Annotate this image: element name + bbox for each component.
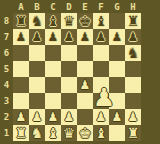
white-rook-a1: ♜ [13,125,29,141]
black-pawn-g7: ♟ [109,29,125,45]
rank-label-4: 4 [0,77,13,93]
square-d1[interactable]: ♛ [61,125,77,141]
black-rook-h8: ♜ [125,13,141,29]
square-a1[interactable]: ♜ [13,125,29,141]
white-king-e1: ♚ [77,125,93,141]
square-h7[interactable]: ♟ [125,29,141,45]
rank-label-5: 5 [0,61,13,77]
square-b8[interactable]: ♞ [29,13,45,29]
white-queen-d1: ♛ [61,125,77,141]
square-b5[interactable] [29,61,45,77]
square-a4[interactable] [13,77,29,93]
square-b6[interactable] [29,45,45,61]
square-g7[interactable]: ♟ [109,29,125,45]
file-label-E: E [77,0,93,13]
cursor-piece[interactable]: ♟ [93,84,115,111]
square-g1[interactable] [109,125,125,141]
chess-board: ♜♞♝♛♚♝♜♟♟♟♟♟♟♟♟♞♟♟♟♟♟♟♟♟♜♞♝♛♚♝♜ [13,13,141,141]
square-c8[interactable]: ♝ [45,13,61,29]
file-labels: ABCDEFGH [13,0,141,13]
square-g5[interactable] [109,61,125,77]
rank-labels: 87654321 [0,13,13,141]
square-d7[interactable]: ♟ [61,29,77,45]
black-pawn-d7: ♟ [61,29,77,45]
gameboy-chess-screen: ABCDEFGH 87654321 ♜♞♝♛♚♝♜♟♟♟♟♟♟♟♟♞♟♟♟♟♟♟… [0,0,160,144]
file-label-H: H [125,0,141,13]
square-b3[interactable] [29,93,45,109]
square-a5[interactable] [13,61,29,77]
black-pawn-h7: ♟ [125,29,141,45]
black-bishop-f8: ♝ [93,13,109,29]
square-a7[interactable]: ♟ [13,29,29,45]
white-pawn-b2: ♟ [29,109,45,125]
rank-label-3: 3 [0,93,13,109]
white-pawn-c2: ♟ [45,109,61,125]
file-label-B: B [29,0,45,13]
square-h4[interactable] [125,77,141,93]
black-pawn-b7: ♟ [29,29,45,45]
white-knight-b1: ♞ [29,125,45,141]
black-knight-b8: ♞ [29,13,45,29]
square-h1[interactable]: ♜ [125,125,141,141]
square-f6[interactable] [93,45,109,61]
square-a3[interactable] [13,93,29,109]
square-e6[interactable] [77,45,93,61]
square-e1[interactable]: ♚ [77,125,93,141]
square-h2[interactable]: ♟ [125,109,141,125]
square-e3[interactable] [77,93,93,109]
rank-label-1: 1 [0,125,13,141]
square-e2[interactable] [77,109,93,125]
rank-label-8: 8 [0,13,13,29]
white-bishop-f1: ♝ [93,125,109,141]
square-h6[interactable]: ♞ [125,45,141,61]
square-f1[interactable]: ♝ [93,125,109,141]
square-d6[interactable] [61,45,77,61]
rank-label-2: 2 [0,109,13,125]
square-c3[interactable] [45,93,61,109]
square-c6[interactable] [45,45,61,61]
square-c5[interactable] [45,61,61,77]
square-d5[interactable] [61,61,77,77]
white-rook-h1: ♜ [125,125,141,141]
square-e5[interactable] [77,61,93,77]
square-h5[interactable] [125,61,141,77]
square-e7[interactable]: ♟ [77,29,93,45]
black-pawn-a7: ♟ [13,29,29,45]
white-pawn-a2: ♟ [13,109,29,125]
square-b2[interactable]: ♟ [29,109,45,125]
square-g6[interactable] [109,45,125,61]
square-d8[interactable]: ♛ [61,13,77,29]
square-f7[interactable]: ♟ [93,29,109,45]
black-knight-h6: ♞ [125,45,141,61]
square-e4[interactable]: ♟ [77,77,93,93]
square-b7[interactable]: ♟ [29,29,45,45]
file-label-G: G [109,0,125,13]
black-queen-d8: ♛ [61,13,77,29]
black-king-e8: ♚ [77,13,93,29]
file-label-A: A [13,0,29,13]
white-pawn-d2: ♟ [61,109,77,125]
square-b4[interactable] [29,77,45,93]
black-pawn-f7: ♟ [93,29,109,45]
square-d3[interactable] [61,93,77,109]
black-rook-a8: ♜ [13,13,29,29]
square-c1[interactable]: ♝ [45,125,61,141]
black-pawn-c7: ♟ [45,29,61,45]
file-label-F: F [93,0,109,13]
square-f8[interactable]: ♝ [93,13,109,29]
file-label-C: C [45,0,61,13]
white-pawn-h2: ♟ [125,109,141,125]
rank-label-7: 7 [0,29,13,45]
square-c4[interactable] [45,77,61,93]
square-c7[interactable]: ♟ [45,29,61,45]
square-d4[interactable] [61,77,77,93]
white-pawn-e4: ♟ [77,77,93,93]
square-d2[interactable]: ♟ [61,109,77,125]
square-e8[interactable]: ♚ [77,13,93,29]
square-c2[interactable]: ♟ [45,109,61,125]
square-f5[interactable] [93,61,109,77]
square-g8[interactable] [109,13,125,29]
square-a8[interactable]: ♜ [13,13,29,29]
file-label-D: D [61,0,77,13]
rank-label-6: 6 [0,45,13,61]
square-h8[interactable]: ♜ [125,13,141,29]
square-h3[interactable] [125,93,141,109]
square-b1[interactable]: ♞ [29,125,45,141]
square-a6[interactable] [13,45,29,61]
black-pawn-e7: ♟ [77,29,93,45]
black-bishop-c8: ♝ [45,13,61,29]
square-a2[interactable]: ♟ [13,109,29,125]
white-bishop-c1: ♝ [45,125,61,141]
